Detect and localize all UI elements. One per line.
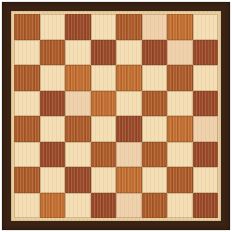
square-e6[interactable]: [116, 65, 142, 91]
square-a4[interactable]: [14, 116, 40, 142]
board-photo: [0, 0, 232, 232]
square-b8[interactable]: [40, 14, 66, 40]
square-c3[interactable]: [65, 142, 91, 168]
square-c1[interactable]: [65, 193, 91, 219]
square-c4[interactable]: [65, 116, 91, 142]
square-a7[interactable]: [14, 40, 40, 66]
square-e2[interactable]: [116, 167, 142, 193]
square-f7[interactable]: [142, 40, 168, 66]
square-a1[interactable]: [14, 193, 40, 219]
square-c7[interactable]: [65, 40, 91, 66]
board-inlay-margin: [11, 11, 221, 221]
square-a6[interactable]: [14, 65, 40, 91]
square-a2[interactable]: [14, 167, 40, 193]
square-c2[interactable]: [65, 167, 91, 193]
square-d5[interactable]: [91, 91, 117, 117]
square-f2[interactable]: [142, 167, 168, 193]
square-d6[interactable]: [91, 65, 117, 91]
square-g2[interactable]: [167, 167, 193, 193]
square-g3[interactable]: [167, 142, 193, 168]
square-b1[interactable]: [40, 193, 66, 219]
square-c5[interactable]: [65, 91, 91, 117]
square-h8[interactable]: [193, 14, 219, 40]
square-f3[interactable]: [142, 142, 168, 168]
square-g7[interactable]: [167, 40, 193, 66]
board-frame: [2, 2, 230, 230]
square-d4[interactable]: [91, 116, 117, 142]
square-d8[interactable]: [91, 14, 117, 40]
square-f8[interactable]: [142, 14, 168, 40]
square-b4[interactable]: [40, 116, 66, 142]
square-h7[interactable]: [193, 40, 219, 66]
square-g6[interactable]: [167, 65, 193, 91]
square-d1[interactable]: [91, 193, 117, 219]
square-h5[interactable]: [193, 91, 219, 117]
square-h2[interactable]: [193, 167, 219, 193]
square-a8[interactable]: [14, 14, 40, 40]
square-h3[interactable]: [193, 142, 219, 168]
square-b3[interactable]: [40, 142, 66, 168]
square-g1[interactable]: [167, 193, 193, 219]
square-h1[interactable]: [193, 193, 219, 219]
square-e7[interactable]: [116, 40, 142, 66]
square-c6[interactable]: [65, 65, 91, 91]
square-b6[interactable]: [40, 65, 66, 91]
square-d7[interactable]: [91, 40, 117, 66]
square-a3[interactable]: [14, 142, 40, 168]
square-b2[interactable]: [40, 167, 66, 193]
square-e5[interactable]: [116, 91, 142, 117]
square-f5[interactable]: [142, 91, 168, 117]
square-f1[interactable]: [142, 193, 168, 219]
chess-board: [14, 14, 218, 218]
square-h4[interactable]: [193, 116, 219, 142]
square-e4[interactable]: [116, 116, 142, 142]
square-b5[interactable]: [40, 91, 66, 117]
square-b7[interactable]: [40, 40, 66, 66]
square-f4[interactable]: [142, 116, 168, 142]
square-e1[interactable]: [116, 193, 142, 219]
square-g4[interactable]: [167, 116, 193, 142]
square-g8[interactable]: [167, 14, 193, 40]
square-g5[interactable]: [167, 91, 193, 117]
square-a5[interactable]: [14, 91, 40, 117]
square-c8[interactable]: [65, 14, 91, 40]
square-e8[interactable]: [116, 14, 142, 40]
square-d2[interactable]: [91, 167, 117, 193]
square-e3[interactable]: [116, 142, 142, 168]
square-f6[interactable]: [142, 65, 168, 91]
square-h6[interactable]: [193, 65, 219, 91]
square-d3[interactable]: [91, 142, 117, 168]
